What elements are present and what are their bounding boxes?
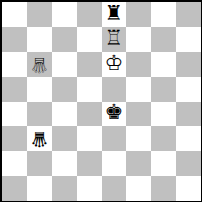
piece-black-king-e4[interactable]: ♚ (105, 102, 124, 123)
square-g2[interactable] (151, 151, 176, 176)
square-f8[interactable] (126, 2, 151, 27)
square-c5[interactable] (52, 77, 77, 102)
square-d8[interactable] (77, 2, 102, 27)
square-a5[interactable] (2, 77, 27, 102)
square-d6[interactable] (77, 52, 102, 77)
square-f1[interactable] (126, 176, 151, 201)
square-c7[interactable] (52, 27, 77, 52)
square-d2[interactable] (77, 151, 102, 176)
square-c8[interactable] (52, 2, 77, 27)
square-g5[interactable] (151, 77, 176, 102)
square-d4[interactable] (77, 102, 102, 127)
square-a8[interactable] (2, 2, 27, 27)
square-g4[interactable] (151, 102, 176, 127)
square-b2[interactable] (27, 151, 52, 176)
square-d7[interactable] (77, 27, 102, 52)
piece-white-rook-e7[interactable]: ♖ (105, 28, 124, 49)
square-h5[interactable] (176, 77, 201, 102)
square-h6[interactable] (176, 52, 201, 77)
square-d3[interactable] (77, 126, 102, 151)
square-e6[interactable]: ♔ (102, 52, 127, 77)
square-b4[interactable] (27, 102, 52, 127)
square-f7[interactable] (126, 27, 151, 52)
square-f2[interactable] (126, 151, 151, 176)
square-e8[interactable]: ♜ (102, 2, 127, 27)
square-h8[interactable] (176, 2, 201, 27)
square-e3[interactable] (102, 126, 127, 151)
square-h4[interactable] (176, 102, 201, 127)
square-g6[interactable] (151, 52, 176, 77)
piece-black-rook-e8[interactable]: ♜ (105, 3, 124, 24)
piece-white-king-e6[interactable]: ♔ (105, 53, 124, 74)
square-e2[interactable] (102, 151, 127, 176)
square-f5[interactable] (126, 77, 151, 102)
chess-board: ♜♖♕♔♚♛ (0, 0, 202, 202)
square-h3[interactable] (176, 126, 201, 151)
square-b1[interactable] (27, 176, 52, 201)
square-c2[interactable] (52, 151, 77, 176)
square-b3[interactable]: ♛ (27, 126, 52, 151)
square-c1[interactable] (52, 176, 77, 201)
square-b7[interactable] (27, 27, 52, 52)
square-f3[interactable] (126, 126, 151, 151)
square-a3[interactable] (2, 126, 27, 151)
piece-black-grasshopper-b3[interactable]: ♛ (30, 128, 49, 149)
square-h1[interactable] (176, 176, 201, 201)
square-a7[interactable] (2, 27, 27, 52)
square-b5[interactable] (27, 77, 52, 102)
square-a2[interactable] (2, 151, 27, 176)
square-f4[interactable] (126, 102, 151, 127)
square-h2[interactable] (176, 151, 201, 176)
piece-white-grasshopper-b6[interactable]: ♕ (30, 54, 49, 75)
square-h7[interactable] (176, 27, 201, 52)
square-g7[interactable] (151, 27, 176, 52)
square-a6[interactable] (2, 52, 27, 77)
square-e4[interactable]: ♚ (102, 102, 127, 127)
square-g1[interactable] (151, 176, 176, 201)
square-e1[interactable] (102, 176, 127, 201)
square-b8[interactable] (27, 2, 52, 27)
chess-diagram-page: ♜♖♕♔♚♛ (0, 0, 202, 202)
square-c3[interactable] (52, 126, 77, 151)
square-d5[interactable] (77, 77, 102, 102)
square-e7[interactable]: ♖ (102, 27, 127, 52)
square-b6[interactable]: ♕ (27, 52, 52, 77)
square-g8[interactable] (151, 2, 176, 27)
square-e5[interactable] (102, 77, 127, 102)
square-c6[interactable] (52, 52, 77, 77)
square-g3[interactable] (151, 126, 176, 151)
square-f6[interactable] (126, 52, 151, 77)
square-a4[interactable] (2, 102, 27, 127)
square-d1[interactable] (77, 176, 102, 201)
square-c4[interactable] (52, 102, 77, 127)
square-a1[interactable] (2, 176, 27, 201)
